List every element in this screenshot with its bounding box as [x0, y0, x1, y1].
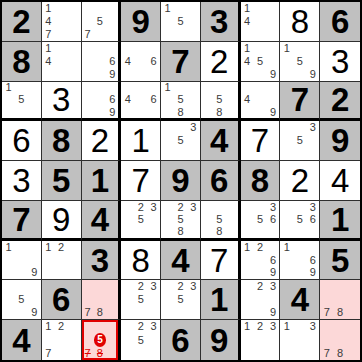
candidate-digit: 5: [213, 213, 225, 225]
candidate-digit: 3: [187, 280, 200, 293]
cell-r4c5[interactable]: 35: [161, 121, 201, 161]
candidate-digit: 9: [28, 306, 41, 319]
candidate-digit: 5: [293, 134, 306, 147]
candidate-digit: 9: [28, 267, 41, 280]
candidate-digit: 7: [320, 347, 333, 360]
cell-r2c2[interactable]: 14: [42, 42, 82, 82]
cell-r9c8[interactable]: 13: [280, 320, 320, 360]
pencil-marks: 59: [2, 280, 41, 319]
solved-digit: 6: [12, 124, 30, 157]
cell-r5c9[interactable]: 4: [320, 161, 360, 201]
candidate-digit: 9: [306, 68, 319, 81]
candidate-digit: 1: [161, 82, 174, 94]
cell-r4c9[interactable]: 9: [320, 121, 360, 161]
candidate-digit: 3: [147, 201, 160, 213]
candidate-digit: 7: [42, 347, 55, 360]
candidate-digit: 5: [15, 293, 28, 306]
cell-r1c3[interactable]: 57: [82, 2, 122, 42]
given-digit: 6: [52, 283, 70, 316]
candidate-digit: 2: [174, 280, 187, 293]
cell-r9c3-selected[interactable]: 578: [82, 320, 122, 360]
pencil-marks: 19: [2, 241, 41, 280]
pencil-marks: 235: [121, 280, 160, 319]
candidate-digit: 2: [55, 320, 68, 333]
candidate-digit: 8: [213, 106, 225, 118]
candidate-digit: 5: [174, 134, 187, 147]
cell-r2c5[interactable]: 7: [161, 42, 201, 82]
pencil-marks: 14: [241, 2, 280, 41]
given-digit: 6: [171, 324, 189, 357]
pencil-marks: 69: [82, 82, 119, 119]
cell-r4c7[interactable]: 7: [241, 121, 281, 161]
cell-r6c4[interactable]: 235: [121, 201, 161, 241]
cell-r2c3[interactable]: 69: [82, 42, 122, 82]
pencil-marks: 235: [121, 201, 160, 238]
pencil-marks: 169: [280, 241, 319, 280]
pencil-marks: 123: [241, 320, 280, 360]
solved-digit: 3: [52, 83, 70, 116]
candidate-digit: 6: [106, 55, 118, 68]
cell-r7c9[interactable]: 5: [320, 241, 360, 281]
candidate-digit: 3: [267, 280, 280, 293]
pencil-marks: 15: [161, 2, 200, 41]
candidate-digit: 9: [106, 68, 118, 81]
cell-r5c3[interactable]: 1: [82, 161, 122, 201]
cell-r3c9[interactable]: 2: [320, 82, 360, 122]
candidate-digit: 2: [254, 241, 267, 254]
given-digit: 4: [91, 203, 109, 236]
pencil-marks: 58: [201, 82, 238, 119]
candidate-digit: 5: [174, 213, 187, 225]
given-digit: 2: [12, 5, 30, 38]
candidate-digit: 6: [267, 254, 280, 267]
pencil-marks: 35: [280, 121, 319, 160]
candidate-digit: 7: [82, 28, 94, 41]
sudoku-board: 2147579153148681469467214591593153694615…: [0, 0, 362, 362]
candidate-digit: 5: [254, 213, 267, 225]
cell-r9c6[interactable]: 9: [201, 320, 241, 360]
candidate-digit: 8: [333, 306, 346, 319]
cell-r7c3[interactable]: 3: [82, 241, 122, 281]
candidate-digit: 9: [267, 106, 280, 118]
cell-r7c6[interactable]: 7: [201, 241, 241, 281]
cell-r6c9[interactable]: 1: [320, 201, 360, 241]
candidate-digit: 3: [267, 201, 280, 213]
pencil-marks: 147: [42, 2, 81, 41]
cell-r8c5[interactable]: 235: [161, 280, 201, 320]
pencil-marks: 2358: [161, 201, 200, 238]
cell-r7c4[interactable]: 8: [121, 241, 161, 281]
cell-r1c1[interactable]: 2: [2, 2, 42, 42]
cell-r8c3[interactable]: 78: [82, 280, 122, 320]
cell-r4c8[interactable]: 35: [280, 121, 320, 161]
candidate-digit: 4: [42, 55, 55, 68]
cell-r3c4[interactable]: 46: [121, 82, 161, 122]
solved-digit: 3: [12, 164, 30, 197]
candidate-digit: 9: [267, 267, 280, 280]
candidate-digit: 8: [213, 225, 225, 237]
candidate-digit: 5: [134, 293, 147, 306]
given-digit: 3: [210, 5, 228, 38]
given-digit: 7: [291, 83, 309, 116]
cell-r6c6[interactable]: 58: [201, 201, 241, 241]
solved-digit: 7: [210, 244, 228, 277]
candidate-digit: 6: [106, 94, 118, 106]
cell-r8c1[interactable]: 59: [2, 280, 42, 320]
candidate-digit: 5: [134, 333, 147, 346]
candidate-digit: 1: [241, 320, 254, 333]
candidate-digit: 4: [241, 94, 254, 106]
candidate-digit: 6: [147, 55, 160, 68]
candidate-digit: 2: [134, 320, 147, 333]
pencil-marks: 127: [42, 320, 81, 360]
cell-r8c2[interactable]: 6: [42, 280, 82, 320]
candidate-digit: 4: [121, 94, 134, 106]
candidate-digit: 8: [174, 225, 187, 237]
candidate-digit: 4: [241, 15, 254, 28]
cell-r8c8[interactable]: 4: [280, 280, 320, 320]
pencil-marks: 49: [241, 82, 280, 119]
cell-r4c2[interactable]: 8: [42, 121, 82, 161]
given-digit: 2: [331, 83, 349, 116]
candidate-digit: 7: [320, 306, 333, 319]
solved-digit: 2: [291, 164, 309, 197]
cell-r2c8[interactable]: 159: [280, 42, 320, 82]
candidate-digit: 9: [106, 106, 118, 118]
cell-r2c9[interactable]: 3: [320, 42, 360, 82]
hint-digit-bubble: 5: [94, 333, 106, 347]
candidate-digit: 4: [241, 55, 254, 68]
cell-r2c4[interactable]: 46: [121, 42, 161, 82]
pencil-marks: 158: [161, 82, 200, 119]
cell-r7c7[interactable]: 1269: [241, 241, 281, 281]
pencil-marks: 14: [42, 42, 81, 81]
cell-r6c8[interactable]: 356: [280, 201, 320, 241]
pencil-marks: 239: [241, 280, 280, 319]
candidate-digit: 8: [94, 306, 106, 319]
given-digit: 6: [210, 164, 228, 197]
candidate-struck: 7: [82, 347, 94, 360]
given-digit: 4: [12, 324, 30, 357]
solved-digit: 3: [331, 45, 349, 78]
candidate-digit: 6: [267, 213, 280, 225]
candidate-digit: 4: [42, 15, 55, 28]
candidate-digit: 5: [254, 55, 267, 68]
pencil-marks: 58: [201, 201, 238, 238]
candidate-digit: 2: [134, 280, 147, 293]
candidate-digit: 5: [174, 15, 187, 28]
cell-r3c5[interactable]: 158: [161, 82, 201, 122]
candidate-digit: 1: [161, 2, 174, 15]
candidate-digit: 9: [306, 267, 319, 280]
solved-digit: 7: [132, 164, 150, 197]
candidate-digit: 2: [254, 320, 267, 333]
candidate-digit: 2: [134, 201, 147, 213]
pencil-marks: 35: [161, 121, 200, 160]
candidate-digit: 1: [2, 82, 15, 94]
candidate-digit: 1: [241, 2, 254, 15]
cell-r9c9[interactable]: 78: [320, 320, 360, 360]
pencil-marks: 235: [121, 320, 160, 360]
given-digit: 8: [251, 164, 269, 197]
given-digit: 9: [132, 5, 150, 38]
cell-r8c9[interactable]: 78: [320, 280, 360, 320]
cell-r9c5[interactable]: 6: [161, 320, 201, 360]
pencil-marks: 235: [161, 280, 200, 319]
solved-digit: 2: [210, 45, 228, 78]
given-digit: 5: [52, 164, 70, 197]
cell-r1c7[interactable]: 14: [241, 2, 281, 42]
given-digit: 3: [91, 244, 109, 277]
candidate-digit: 5: [15, 94, 28, 106]
cell-r1c5[interactable]: 15: [161, 2, 201, 42]
candidate-digit: 5: [94, 15, 106, 28]
pencil-marks: 356: [241, 201, 280, 238]
cell-r5c7[interactable]: 8: [241, 161, 281, 201]
candidate-digit: 6: [306, 254, 319, 267]
pencil-marks: 15: [2, 82, 41, 119]
candidate-digit: 5: [134, 213, 147, 225]
candidate-digit: 5: [293, 55, 306, 68]
candidate-digit: 7: [42, 28, 55, 41]
cell-r5c6[interactable]: 6: [201, 161, 241, 201]
solved-digit: 2: [91, 124, 109, 157]
candidate-digit: 1: [280, 241, 293, 254]
cell-r9c2[interactable]: 127: [42, 320, 82, 360]
cell-r4c4[interactable]: 1: [121, 121, 161, 161]
cell-r6c1[interactable]: 7: [2, 201, 42, 241]
solved-digit: 1: [132, 124, 150, 157]
cell-r7c5[interactable]: 4: [161, 241, 201, 281]
cell-r7c2[interactable]: 12: [42, 241, 82, 281]
cell-r1c4[interactable]: 9: [121, 2, 161, 42]
pencil-marks: 78: [320, 280, 360, 319]
given-digit: 9: [171, 164, 189, 197]
candidate-digit: 3: [267, 320, 280, 333]
cell-r3c6[interactable]: 58: [201, 82, 241, 122]
cell-r1c8[interactable]: 8: [280, 2, 320, 42]
cell-r1c2[interactable]: 147: [42, 2, 82, 42]
candidate-digit: 2: [254, 280, 267, 293]
candidate-digit: 1: [42, 42, 55, 55]
cell-r5c4[interactable]: 7: [121, 161, 161, 201]
candidate-digit: 2: [174, 201, 187, 213]
pencil-marks: 356: [280, 201, 319, 238]
pencil-marks: 46: [121, 82, 160, 119]
candidate-digit: 5: [213, 94, 225, 106]
cell-r7c1[interactable]: 19: [2, 241, 42, 281]
cell-r1c9[interactable]: 6: [320, 2, 360, 42]
candidate-digit: 1: [241, 42, 254, 55]
candidate-digit: 2: [55, 241, 68, 254]
cell-r5c5[interactable]: 9: [161, 161, 201, 201]
cell-r4c6[interactable]: 4: [201, 121, 241, 161]
given-digit: 8: [52, 124, 70, 157]
cell-r6c2[interactable]: 9: [42, 201, 82, 241]
candidate-digit: 3: [187, 201, 200, 213]
cell-r4c1[interactable]: 6: [2, 121, 42, 161]
cell-r6c3[interactable]: 4: [82, 201, 122, 241]
given-digit: 6: [331, 5, 349, 38]
cell-r3c8[interactable]: 7: [280, 82, 320, 122]
given-digit: 4: [291, 283, 309, 316]
given-digit: 9: [331, 124, 349, 157]
solved-digit: 8: [132, 244, 150, 277]
cell-r8c7[interactable]: 239: [241, 280, 281, 320]
pencil-marks: 1269: [241, 241, 280, 280]
cell-r9c4[interactable]: 235: [121, 320, 161, 360]
solved-digit: 4: [331, 164, 349, 197]
candidate-digit: 8: [174, 106, 187, 118]
cell-r8c4[interactable]: 235: [121, 280, 161, 320]
candidate-digit: 1: [42, 2, 55, 15]
pencil-marks: 57: [82, 2, 119, 41]
candidate-digit: 1: [280, 320, 293, 333]
cell-r6c5[interactable]: 2358: [161, 201, 201, 241]
pencil-marks: 78: [82, 280, 119, 319]
candidate-struck: 8: [94, 347, 106, 360]
cell-r3c3[interactable]: 69: [82, 82, 122, 122]
given-digit: 1: [210, 283, 228, 316]
candidate-digit: 3: [306, 121, 319, 134]
pencil-marks: 69: [82, 42, 119, 81]
pencil-marks: 78: [320, 320, 360, 360]
pencil-marks: 578: [82, 320, 119, 360]
candidate-digit: 9: [267, 306, 280, 319]
candidate-digit: 3: [306, 201, 319, 213]
given-digit: 7: [171, 45, 189, 78]
cell-r6c7[interactable]: 356: [241, 201, 281, 241]
candidate-hint: 5: [94, 333, 106, 346]
cell-r5c1[interactable]: 3: [2, 161, 42, 201]
pencil-marks: 13: [280, 320, 319, 360]
pencil-marks: 46: [121, 42, 160, 81]
solved-digit: 9: [52, 203, 70, 236]
cell-r3c7[interactable]: 49: [241, 82, 281, 122]
given-digit: 9: [210, 324, 228, 357]
given-digit: 1: [91, 164, 109, 197]
cell-r8c6[interactable]: 1: [201, 280, 241, 320]
cell-r5c2[interactable]: 5: [42, 161, 82, 201]
cell-r2c1[interactable]: 8: [2, 42, 42, 82]
cell-r3c2[interactable]: 3: [42, 82, 82, 122]
candidate-digit: 1: [241, 241, 254, 254]
candidate-digit: 3: [147, 280, 160, 293]
cell-r2c6[interactable]: 2: [201, 42, 241, 82]
cell-r5c8[interactable]: 2: [280, 161, 320, 201]
candidate-digit: 7: [82, 306, 94, 319]
candidate-digit: 1: [42, 241, 55, 254]
candidate-digit: 5: [174, 293, 187, 306]
solved-digit: 8: [291, 5, 309, 38]
candidate-digit: 1: [2, 241, 15, 254]
candidate-digit: 5: [293, 213, 306, 225]
cell-r4c3[interactable]: 2: [82, 121, 122, 161]
candidate-digit: 5: [174, 94, 187, 106]
candidate-digit: 3: [147, 320, 160, 333]
pencil-marks: 159: [280, 42, 319, 81]
candidate-digit: 3: [187, 121, 200, 134]
cell-r1c6[interactable]: 3: [201, 2, 241, 42]
given-digit: 1: [331, 203, 349, 236]
candidate-digit: 3: [306, 320, 319, 333]
given-digit: 4: [210, 124, 228, 157]
given-digit: 8: [12, 45, 30, 78]
pencil-marks: 12: [42, 241, 81, 280]
cell-r7c8[interactable]: 169: [280, 241, 320, 281]
cell-r9c7[interactable]: 123: [241, 320, 281, 360]
candidate-digit: 6: [147, 94, 160, 106]
candidate-digit: 9: [267, 68, 280, 81]
candidate-digit: 6: [306, 213, 319, 225]
solved-digit: 7: [251, 124, 269, 157]
given-digit: 4: [171, 244, 189, 277]
pencil-marks: 1459: [241, 42, 280, 81]
candidate-digit: 8: [333, 347, 346, 360]
candidate-digit: 1: [42, 320, 55, 333]
cell-r3c1[interactable]: 15: [2, 82, 42, 122]
given-digit: 5: [331, 244, 349, 277]
cell-r9c1[interactable]: 4: [2, 320, 42, 360]
cell-r2c7[interactable]: 1459: [241, 42, 281, 82]
candidate-digit: 1: [280, 42, 293, 55]
candidate-digit: 4: [121, 55, 134, 68]
given-digit: 7: [12, 203, 30, 236]
